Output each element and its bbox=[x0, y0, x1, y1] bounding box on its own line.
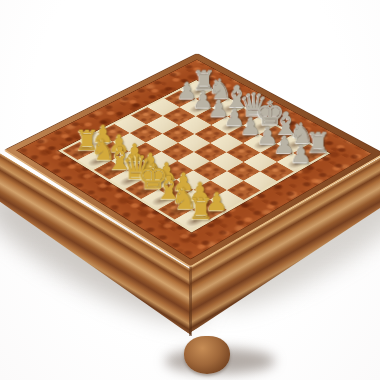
piece-silver-pawn-h7[interactable]: ♟ bbox=[289, 142, 313, 166]
case-bun-foot bbox=[184, 336, 230, 374]
chess-set-scene: ♜♟♟♜♞♟♟♞♝♟♟♝♛♟♟♛♚♟♟♚♝♟♟♝♞♟♟♞♜♟♟♜ bbox=[0, 0, 380, 380]
piece-gold-rook-h1[interactable]: ♜ bbox=[187, 195, 211, 225]
case-corner-seam bbox=[189, 266, 192, 336]
